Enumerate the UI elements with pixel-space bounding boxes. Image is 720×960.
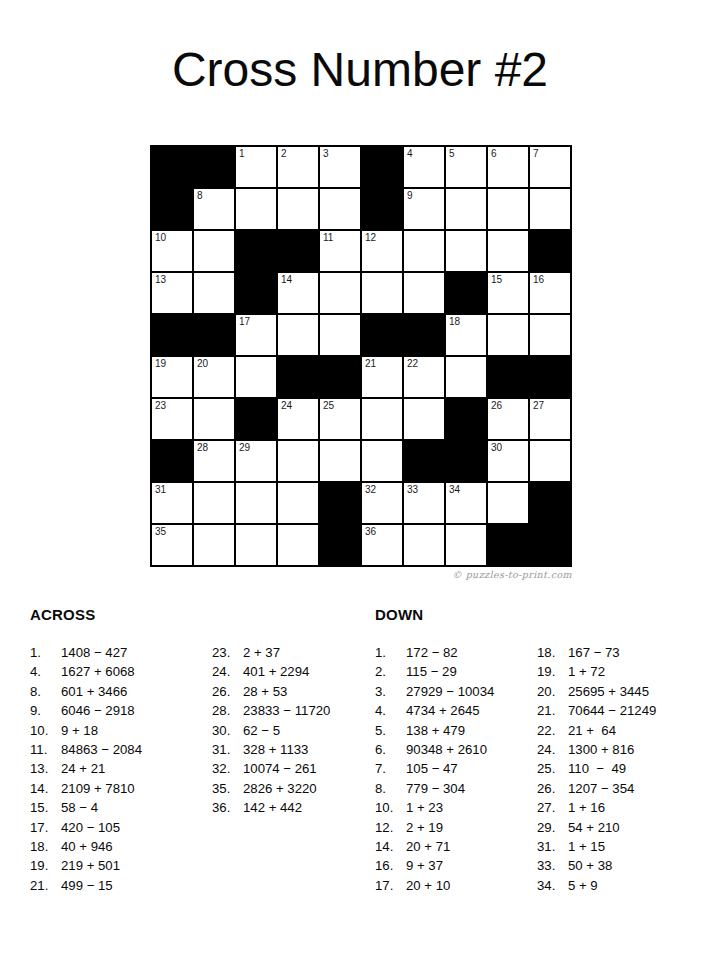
- answer-cell[interactable]: [277, 440, 319, 482]
- copyright-credit: © puzzles-to-print.com: [150, 569, 572, 580]
- clue-item: 26.28 + 53: [212, 682, 330, 701]
- across-header: ACROSS: [30, 606, 95, 623]
- clue-number: 34.: [537, 876, 568, 895]
- clue-number: 14.: [30, 779, 61, 798]
- clue-number: 13.: [30, 759, 61, 778]
- blocked-cell: [361, 146, 403, 188]
- clue-item: 27.1 + 16: [537, 798, 656, 817]
- answer-cell[interactable]: [193, 272, 235, 314]
- clue-number: 9.: [30, 701, 61, 720]
- cell-clue-number: 32: [365, 484, 376, 495]
- clue-number: 27.: [537, 798, 568, 817]
- clue-number: 12.: [375, 818, 406, 837]
- answer-cell[interactable]: [361, 398, 403, 440]
- clue-text: 167 − 73: [568, 643, 620, 662]
- blocked-cell: [235, 272, 277, 314]
- clue-number: 31.: [537, 837, 568, 856]
- clue-item: 24.401 + 2294: [212, 662, 330, 681]
- clue-number: 17.: [30, 818, 61, 837]
- clue-text: 1 + 15: [568, 837, 605, 856]
- blocked-cell: [151, 314, 193, 356]
- cell-clue-number: 36: [365, 526, 376, 537]
- answer-cell[interactable]: [319, 272, 361, 314]
- clue-number: 10.: [375, 798, 406, 817]
- blocked-cell: [319, 524, 361, 566]
- clue-item: 14.20 + 71: [375, 837, 494, 856]
- clue-number: 25.: [537, 759, 568, 778]
- cell-clue-number: 7: [533, 148, 539, 159]
- clue-number: 1.: [375, 643, 406, 662]
- clue-item: 9.6046 − 2918: [30, 701, 142, 720]
- clue-text: 420 − 105: [61, 818, 120, 837]
- answer-cell[interactable]: 11: [319, 230, 361, 272]
- cell-clue-number: 35: [155, 526, 166, 537]
- answer-cell[interactable]: 5: [445, 146, 487, 188]
- clue-text: 1207 − 354: [568, 779, 634, 798]
- answer-cell[interactable]: 32: [361, 482, 403, 524]
- clue-text: 50 + 38: [568, 856, 612, 875]
- answer-cell[interactable]: [277, 482, 319, 524]
- clue-number: 24.: [537, 740, 568, 759]
- cell-clue-number: 13: [155, 274, 166, 285]
- cell-clue-number: 29: [239, 442, 250, 453]
- clue-item: 18.167 − 73: [537, 643, 656, 662]
- clue-text: 1627 + 6068: [61, 662, 135, 681]
- clue-item: 7.105 − 47: [375, 759, 494, 778]
- answer-cell[interactable]: 3: [319, 146, 361, 188]
- answer-cell[interactable]: [403, 272, 445, 314]
- blocked-cell: [487, 356, 529, 398]
- answer-cell[interactable]: [445, 188, 487, 230]
- clue-text: 172 − 82: [406, 643, 458, 662]
- clue-text: 1300 + 816: [568, 740, 634, 759]
- clue-number: 21.: [537, 701, 568, 720]
- cell-clue-number: 12: [365, 232, 376, 243]
- clue-number: 33.: [537, 856, 568, 875]
- blocked-cell: [529, 356, 571, 398]
- answer-cell[interactable]: [403, 230, 445, 272]
- answer-cell[interactable]: [235, 482, 277, 524]
- clue-number: 7.: [375, 759, 406, 778]
- answer-cell[interactable]: [277, 314, 319, 356]
- clue-item: 31.328 + 1133: [212, 740, 330, 759]
- answer-cell[interactable]: 27: [529, 398, 571, 440]
- blocked-cell: [277, 356, 319, 398]
- clue-text: 142 + 442: [243, 798, 302, 817]
- clue-item: 21.70644 − 21249: [537, 701, 656, 720]
- clue-item: 4.4734 + 2645: [375, 701, 494, 720]
- clue-number: 8.: [375, 779, 406, 798]
- clue-text: 2826 + 3220: [243, 779, 317, 798]
- answer-cell[interactable]: 26: [487, 398, 529, 440]
- blocked-cell: [235, 230, 277, 272]
- cell-clue-number: 10: [155, 232, 166, 243]
- cell-clue-number: 8: [197, 190, 203, 201]
- answer-cell[interactable]: 2: [277, 146, 319, 188]
- clue-item: 28.23833 − 11720: [212, 701, 330, 720]
- answer-cell[interactable]: 7: [529, 146, 571, 188]
- clue-item: 13.24 + 21: [30, 759, 142, 778]
- blocked-cell: [529, 482, 571, 524]
- answer-cell[interactable]: 19: [151, 356, 193, 398]
- clue-number: 18.: [537, 643, 568, 662]
- clue-text: 10074 − 261: [243, 759, 317, 778]
- clue-item: 19.1 + 72: [537, 662, 656, 681]
- cell-clue-number: 1: [239, 148, 245, 159]
- answer-cell[interactable]: [361, 272, 403, 314]
- clue-item: 34.5 + 9: [537, 876, 656, 895]
- cell-clue-number: 27: [533, 400, 544, 411]
- blocked-cell: [277, 230, 319, 272]
- answer-cell[interactable]: 28: [193, 440, 235, 482]
- answer-cell[interactable]: 30: [487, 440, 529, 482]
- blocked-cell: [403, 440, 445, 482]
- clue-item: 17.420 − 105: [30, 818, 142, 837]
- blocked-cell: [151, 146, 193, 188]
- cell-clue-number: 26: [491, 400, 502, 411]
- clue-number: 22.: [537, 721, 568, 740]
- cell-clue-number: 25: [323, 400, 334, 411]
- answer-cell[interactable]: [487, 188, 529, 230]
- clue-text: 499 − 15: [61, 876, 113, 895]
- clue-number: 5.: [375, 721, 406, 740]
- blocked-cell: [445, 398, 487, 440]
- clue-text: 5 + 9: [568, 876, 598, 895]
- answer-cell[interactable]: [319, 188, 361, 230]
- clue-text: 62 − 5: [243, 721, 280, 740]
- clue-item: 4.1627 + 6068: [30, 662, 142, 681]
- blocked-cell: [403, 314, 445, 356]
- blocked-cell: [361, 188, 403, 230]
- clue-text: 2 + 37: [243, 643, 280, 662]
- clue-text: 1408 − 427: [61, 643, 127, 662]
- clue-item: 1.172 − 82: [375, 643, 494, 662]
- puzzle-page: Cross Number #2 123456789101112131415161…: [0, 0, 720, 960]
- clue-text: 1 + 16: [568, 798, 605, 817]
- clue-number: 32.: [212, 759, 243, 778]
- clue-number: 23.: [212, 643, 243, 662]
- blocked-cell: [361, 314, 403, 356]
- blocked-cell: [151, 440, 193, 482]
- cell-clue-number: 3: [323, 148, 329, 159]
- answer-cell[interactable]: [235, 188, 277, 230]
- answer-cell[interactable]: [529, 314, 571, 356]
- across-clues-column-2: 23.2 + 3724.401 + 229426.28 + 5328.23833…: [212, 643, 330, 818]
- cell-clue-number: 34: [449, 484, 460, 495]
- answer-cell[interactable]: 6: [487, 146, 529, 188]
- answer-cell[interactable]: [487, 314, 529, 356]
- answer-cell[interactable]: 24: [277, 398, 319, 440]
- down-clues-column-2: 18.167 − 7319.1 + 7220.25695 + 344521.70…: [537, 643, 656, 895]
- cell-clue-number: 11: [323, 232, 333, 243]
- clue-number: 20.: [537, 682, 568, 701]
- clue-text: 779 − 304: [406, 779, 465, 798]
- blocked-cell: [193, 146, 235, 188]
- clue-item: 12.2 + 19: [375, 818, 494, 837]
- clue-text: 328 + 1133: [243, 740, 308, 759]
- clue-text: 27929 − 10034: [406, 682, 494, 701]
- answer-cell[interactable]: 29: [235, 440, 277, 482]
- clue-text: 401 + 2294: [243, 662, 309, 681]
- clue-text: 6046 − 2918: [61, 701, 135, 720]
- clue-text: 70644 − 21249: [568, 701, 656, 720]
- answer-cell[interactable]: [403, 398, 445, 440]
- answer-cell[interactable]: [235, 524, 277, 566]
- answer-cell[interactable]: 34: [445, 482, 487, 524]
- cell-clue-number: 33: [407, 484, 418, 495]
- clue-number: 14.: [375, 837, 406, 856]
- across-clues-column-1: 1.1408 − 4274.1627 + 60688.601 + 34669.6…: [30, 643, 142, 895]
- cell-clue-number: 23: [155, 400, 166, 411]
- clue-number: 24.: [212, 662, 243, 681]
- cell-clue-number: 24: [281, 400, 292, 411]
- clue-number: 16.: [375, 856, 406, 875]
- clue-number: 4.: [375, 701, 406, 720]
- cell-clue-number: 28: [197, 442, 208, 453]
- answer-cell[interactable]: [235, 356, 277, 398]
- clue-text: 21 + 64: [568, 721, 616, 740]
- answer-cell[interactable]: 18: [445, 314, 487, 356]
- answer-cell[interactable]: [193, 524, 235, 566]
- cell-clue-number: 6: [491, 148, 497, 159]
- clue-item: 29.54 + 210: [537, 818, 656, 837]
- cell-clue-number: 17: [239, 316, 250, 327]
- clue-text: 105 − 47: [406, 759, 458, 778]
- answer-cell[interactable]: [445, 524, 487, 566]
- clue-item: 17.20 + 10: [375, 876, 494, 895]
- clue-item: 11.84863 − 2084: [30, 740, 142, 759]
- clue-text: 28 + 53: [243, 682, 287, 701]
- clue-text: 54 + 210: [568, 818, 620, 837]
- answer-cell[interactable]: 15: [487, 272, 529, 314]
- clue-item: 31.1 + 15: [537, 837, 656, 856]
- clue-number: 26.: [537, 779, 568, 798]
- answer-cell[interactable]: [529, 440, 571, 482]
- clue-text: 40 + 946: [61, 837, 113, 856]
- down-clues-column-1: 1.172 − 822.115 − 293.27929 − 100344.473…: [375, 643, 494, 895]
- blocked-cell: [235, 398, 277, 440]
- answer-cell[interactable]: 25: [319, 398, 361, 440]
- clue-number: 8.: [30, 682, 61, 701]
- clue-item: 30.62 − 5: [212, 721, 330, 740]
- clue-item: 21.499 − 15: [30, 876, 142, 895]
- clue-number: 4.: [30, 662, 61, 681]
- answer-cell[interactable]: 8: [193, 188, 235, 230]
- blocked-cell: [193, 314, 235, 356]
- clue-number: 36.: [212, 798, 243, 817]
- clue-number: 15.: [30, 798, 61, 817]
- clue-item: 18.40 + 946: [30, 837, 142, 856]
- cell-clue-number: 19: [155, 358, 166, 369]
- clue-text: 4734 + 2645: [406, 701, 480, 720]
- cell-clue-number: 22: [407, 358, 418, 369]
- clue-text: 219 + 501: [61, 856, 120, 875]
- clue-item: 32.10074 − 261: [212, 759, 330, 778]
- clue-number: 6.: [375, 740, 406, 759]
- answer-cell[interactable]: 20: [193, 356, 235, 398]
- clue-item: 3.27929 − 10034: [375, 682, 494, 701]
- answer-cell[interactable]: 14: [277, 272, 319, 314]
- clue-text: 24 + 21: [61, 759, 105, 778]
- answer-cell[interactable]: [445, 230, 487, 272]
- clue-item: 15.58 − 4: [30, 798, 142, 817]
- clue-number: 19.: [537, 662, 568, 681]
- answer-cell[interactable]: 4: [403, 146, 445, 188]
- cell-clue-number: 16: [533, 274, 544, 285]
- clue-number: 17.: [375, 876, 406, 895]
- clue-text: 9 + 37: [406, 856, 443, 875]
- answer-cell[interactable]: 23: [151, 398, 193, 440]
- answer-cell[interactable]: [361, 440, 403, 482]
- answer-cell[interactable]: 31: [151, 482, 193, 524]
- clue-number: 11.: [30, 740, 61, 759]
- clue-item: 22.21 + 64: [537, 721, 656, 740]
- clue-item: 5.138 + 479: [375, 721, 494, 740]
- puzzle-title: Cross Number #2: [0, 42, 720, 98]
- blocked-cell: [445, 272, 487, 314]
- clue-text: 23833 − 11720: [243, 701, 330, 720]
- answer-cell[interactable]: 12: [361, 230, 403, 272]
- answer-cell[interactable]: [487, 230, 529, 272]
- clue-item: 25.110 − 49: [537, 759, 656, 778]
- clue-text: 1 + 72: [568, 662, 605, 681]
- clue-text: 601 + 3466: [61, 682, 127, 701]
- clue-number: 28.: [212, 701, 243, 720]
- cell-clue-number: 14: [281, 274, 292, 285]
- answer-cell[interactable]: 1: [235, 146, 277, 188]
- clue-item: 6.90348 + 2610: [375, 740, 494, 759]
- clue-number: 19.: [30, 856, 61, 875]
- clue-item: 33.50 + 38: [537, 856, 656, 875]
- clue-number: 1.: [30, 643, 61, 662]
- clue-number: 21.: [30, 876, 61, 895]
- answer-cell[interactable]: [193, 482, 235, 524]
- puzzle-grid: 1234567891011121314151617181920212223242…: [150, 145, 572, 567]
- clue-number: 2.: [375, 662, 406, 681]
- clue-number: 18.: [30, 837, 61, 856]
- cell-clue-number: 4: [407, 148, 413, 159]
- clue-item: 14.2109 + 7810: [30, 779, 142, 798]
- clue-text: 25695 + 3445: [568, 682, 649, 701]
- clue-text: 9 + 18: [61, 721, 98, 740]
- cell-clue-number: 20: [197, 358, 208, 369]
- clue-text: 2 + 19: [406, 818, 443, 837]
- clue-item: 2.115 − 29: [375, 662, 494, 681]
- clue-number: 3.: [375, 682, 406, 701]
- clue-item: 35.2826 + 3220: [212, 779, 330, 798]
- clue-item: 26.1207 − 354: [537, 779, 656, 798]
- clue-item: 8.601 + 3466: [30, 682, 142, 701]
- clue-item: 36.142 + 442: [212, 798, 330, 817]
- answer-cell[interactable]: [193, 398, 235, 440]
- clue-text: 110 − 49: [568, 759, 626, 778]
- answer-cell[interactable]: 13: [151, 272, 193, 314]
- blocked-cell: [319, 482, 361, 524]
- answer-cell[interactable]: 35: [151, 524, 193, 566]
- clue-item: 16.9 + 37: [375, 856, 494, 875]
- clue-text: 20 + 71: [406, 837, 450, 856]
- blocked-cell: [487, 524, 529, 566]
- answer-cell[interactable]: [445, 356, 487, 398]
- answer-cell[interactable]: 10: [151, 230, 193, 272]
- clue-text: 90348 + 2610: [406, 740, 487, 759]
- clue-number: 35.: [212, 779, 243, 798]
- clue-item: 8.779 − 304: [375, 779, 494, 798]
- cell-clue-number: 31: [155, 484, 166, 495]
- answer-cell[interactable]: [319, 314, 361, 356]
- cell-clue-number: 21: [365, 358, 376, 369]
- clue-item: 23.2 + 37: [212, 643, 330, 662]
- clue-text: 84863 − 2084: [61, 740, 142, 759]
- clue-text: 58 − 4: [61, 798, 98, 817]
- cell-clue-number: 2: [281, 148, 287, 159]
- clue-text: 2109 + 7810: [61, 779, 135, 798]
- blocked-cell: [529, 524, 571, 566]
- clue-item: 19.219 + 501: [30, 856, 142, 875]
- clue-number: 26.: [212, 682, 243, 701]
- clue-number: 30.: [212, 721, 243, 740]
- answer-cell[interactable]: 36: [361, 524, 403, 566]
- clue-text: 20 + 10: [406, 876, 450, 895]
- clue-text: 138 + 479: [406, 721, 465, 740]
- answer-cell[interactable]: 17: [235, 314, 277, 356]
- answer-cell[interactable]: [403, 524, 445, 566]
- down-header: DOWN: [375, 606, 423, 623]
- answer-cell[interactable]: [277, 524, 319, 566]
- cell-clue-number: 9: [407, 190, 413, 201]
- clue-item: 20.25695 + 3445: [537, 682, 656, 701]
- answer-cell[interactable]: [193, 230, 235, 272]
- clue-text: 115 − 29: [406, 662, 457, 681]
- clue-text: 1 + 23: [406, 798, 443, 817]
- clue-item: 24.1300 + 816: [537, 740, 656, 759]
- cell-clue-number: 30: [491, 442, 502, 453]
- answer-cell[interactable]: [319, 440, 361, 482]
- clue-number: 29.: [537, 818, 568, 837]
- clue-number: 10.: [30, 721, 61, 740]
- answer-cell[interactable]: 22: [403, 356, 445, 398]
- cell-clue-number: 18: [449, 316, 460, 327]
- answer-cell[interactable]: [487, 482, 529, 524]
- blocked-cell: [319, 356, 361, 398]
- blocked-cell: [445, 440, 487, 482]
- answer-cell[interactable]: 21: [361, 356, 403, 398]
- blocked-cell: [151, 188, 193, 230]
- cell-clue-number: 5: [449, 148, 455, 159]
- answer-cell[interactable]: [277, 188, 319, 230]
- clue-number: 31.: [212, 740, 243, 759]
- blocked-cell: [529, 230, 571, 272]
- clue-item: 10.1 + 23: [375, 798, 494, 817]
- cell-clue-number: 15: [491, 274, 502, 285]
- clue-item: 1.1408 − 427: [30, 643, 142, 662]
- clue-item: 10.9 + 18: [30, 721, 142, 740]
- answer-cell[interactable]: 9: [403, 188, 445, 230]
- answer-cell[interactable]: 16: [529, 272, 571, 314]
- answer-cell[interactable]: [529, 188, 571, 230]
- answer-cell[interactable]: 33: [403, 482, 445, 524]
